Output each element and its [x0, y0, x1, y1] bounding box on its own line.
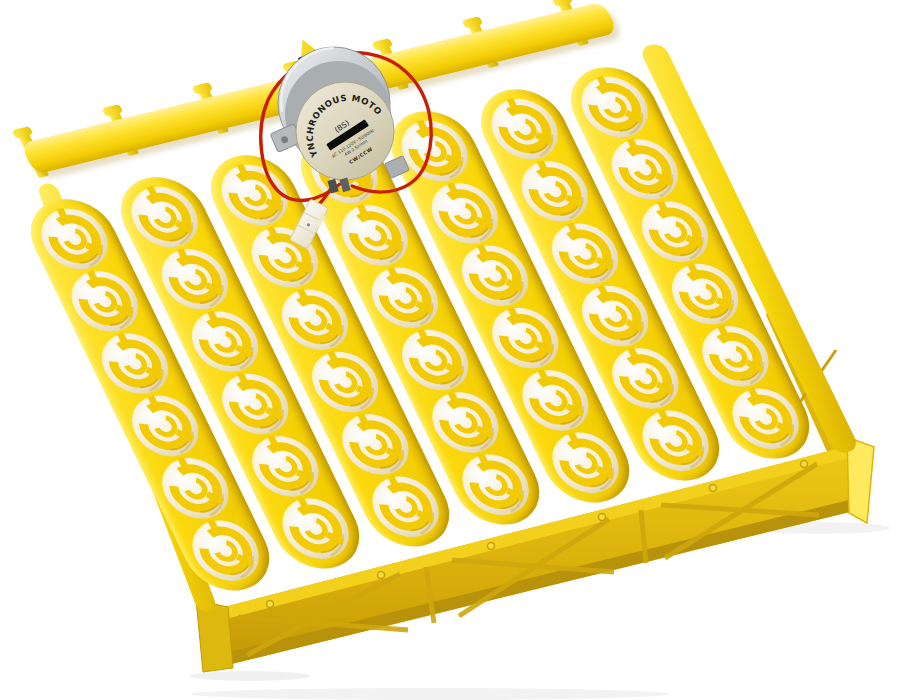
- wire-connector: [290, 199, 330, 250]
- motor-ear-right: [385, 156, 410, 179]
- motor-assembly: SYNCHRONOUS MOTOR (BS) AC 110-120V~50/60…: [0, 0, 912, 700]
- synchronous-motor: SYNCHRONOUS MOTOR (BS) AC 110-120V~50/60…: [270, 47, 409, 195]
- product-photo: SYNCHRONOUS MOTOR (BS) AC 110-120V~50/60…: [0, 0, 912, 700]
